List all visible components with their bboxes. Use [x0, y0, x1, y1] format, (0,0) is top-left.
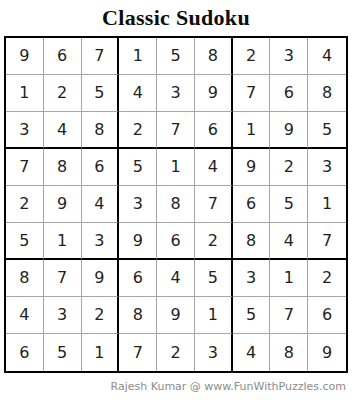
cell-r8c6[interactable]: 1: [195, 297, 233, 334]
cell-r9c1[interactable]: 6: [6, 334, 44, 371]
cell-r2c4[interactable]: 4: [119, 75, 157, 112]
cell-r5c6[interactable]: 7: [195, 186, 233, 223]
cell-r8c9[interactable]: 6: [308, 297, 346, 334]
cell-r2c9[interactable]: 8: [308, 75, 346, 112]
cell-r6c6[interactable]: 2: [195, 223, 233, 260]
cell-r9c9[interactable]: 9: [308, 334, 346, 371]
sudoku-grid: 9671582341254397683482761957865149232943…: [4, 36, 348, 373]
cell-r3c7[interactable]: 1: [233, 112, 271, 149]
cell-r6c2[interactable]: 1: [44, 223, 82, 260]
attribution-text: Rajesh Kumar @ www.FunWithPuzzles.com: [111, 380, 346, 393]
cell-r4c2[interactable]: 8: [44, 149, 82, 186]
cell-r2c5[interactable]: 3: [157, 75, 195, 112]
cell-r7c1[interactable]: 8: [6, 260, 44, 297]
cell-r4c3[interactable]: 6: [82, 149, 120, 186]
cell-r7c3[interactable]: 9: [82, 260, 120, 297]
cell-r9c2[interactable]: 5: [44, 334, 82, 371]
cell-r7c8[interactable]: 1: [270, 260, 308, 297]
cell-r6c4[interactable]: 9: [119, 223, 157, 260]
cell-r1c2[interactable]: 6: [44, 38, 82, 75]
cell-r3c2[interactable]: 4: [44, 112, 82, 149]
cell-r5c4[interactable]: 3: [119, 186, 157, 223]
cell-r3c1[interactable]: 3: [6, 112, 44, 149]
cell-r8c7[interactable]: 5: [233, 297, 271, 334]
cell-r8c5[interactable]: 9: [157, 297, 195, 334]
cell-r8c2[interactable]: 3: [44, 297, 82, 334]
cell-r2c8[interactable]: 6: [270, 75, 308, 112]
cell-r5c7[interactable]: 6: [233, 186, 271, 223]
cell-r7c7[interactable]: 3: [233, 260, 271, 297]
cell-r4c8[interactable]: 2: [270, 149, 308, 186]
cell-r1c5[interactable]: 5: [157, 38, 195, 75]
cell-r6c3[interactable]: 3: [82, 223, 120, 260]
cell-r1c6[interactable]: 8: [195, 38, 233, 75]
cell-r9c4[interactable]: 7: [119, 334, 157, 371]
cell-r8c4[interactable]: 8: [119, 297, 157, 334]
cell-r8c8[interactable]: 7: [270, 297, 308, 334]
cell-r7c5[interactable]: 4: [157, 260, 195, 297]
cell-r5c2[interactable]: 9: [44, 186, 82, 223]
cell-r1c8[interactable]: 3: [270, 38, 308, 75]
cell-r1c1[interactable]: 9: [6, 38, 44, 75]
cell-r3c3[interactable]: 8: [82, 112, 120, 149]
cell-r7c4[interactable]: 6: [119, 260, 157, 297]
cell-r2c7[interactable]: 7: [233, 75, 271, 112]
cell-r5c9[interactable]: 1: [308, 186, 346, 223]
cell-r2c3[interactable]: 5: [82, 75, 120, 112]
cell-r2c1[interactable]: 1: [6, 75, 44, 112]
cell-r7c9[interactable]: 2: [308, 260, 346, 297]
cell-r8c1[interactable]: 4: [6, 297, 44, 334]
cell-r9c3[interactable]: 1: [82, 334, 120, 371]
cell-r1c9[interactable]: 4: [308, 38, 346, 75]
cell-r9c7[interactable]: 4: [233, 334, 271, 371]
cell-r8c3[interactable]: 2: [82, 297, 120, 334]
cell-r1c7[interactable]: 2: [233, 38, 271, 75]
cell-r9c5[interactable]: 2: [157, 334, 195, 371]
cell-r4c1[interactable]: 7: [6, 149, 44, 186]
cell-r2c6[interactable]: 9: [195, 75, 233, 112]
cell-r2c2[interactable]: 2: [44, 75, 82, 112]
cell-r6c5[interactable]: 6: [157, 223, 195, 260]
cell-r9c8[interactable]: 8: [270, 334, 308, 371]
cell-r7c2[interactable]: 7: [44, 260, 82, 297]
cell-r3c4[interactable]: 2: [119, 112, 157, 149]
cell-r5c8[interactable]: 5: [270, 186, 308, 223]
cell-r4c6[interactable]: 4: [195, 149, 233, 186]
cell-r3c9[interactable]: 5: [308, 112, 346, 149]
cell-r6c1[interactable]: 5: [6, 223, 44, 260]
cell-r6c8[interactable]: 4: [270, 223, 308, 260]
cell-r1c3[interactable]: 7: [82, 38, 120, 75]
cell-r5c3[interactable]: 4: [82, 186, 120, 223]
cell-r1c4[interactable]: 1: [119, 38, 157, 75]
cell-r7c6[interactable]: 5: [195, 260, 233, 297]
page-title: Classic Sudoku: [0, 5, 352, 31]
cell-r6c7[interactable]: 8: [233, 223, 271, 260]
cell-r5c1[interactable]: 2: [6, 186, 44, 223]
cell-r4c5[interactable]: 1: [157, 149, 195, 186]
cell-r4c7[interactable]: 9: [233, 149, 271, 186]
cell-r4c9[interactable]: 3: [308, 149, 346, 186]
cell-r3c8[interactable]: 9: [270, 112, 308, 149]
cell-r9c6[interactable]: 3: [195, 334, 233, 371]
cell-r4c4[interactable]: 5: [119, 149, 157, 186]
cell-r3c6[interactable]: 6: [195, 112, 233, 149]
cell-r3c5[interactable]: 7: [157, 112, 195, 149]
cell-r5c5[interactable]: 8: [157, 186, 195, 223]
cell-r6c9[interactable]: 7: [308, 223, 346, 260]
